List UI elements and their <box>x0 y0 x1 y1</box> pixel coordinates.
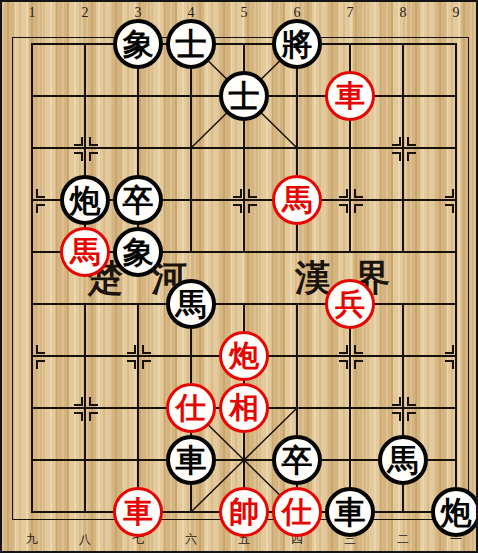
piece-black-soldier[interactable]: 卒 <box>113 175 163 225</box>
point-mark <box>74 397 83 406</box>
file-label-top-2: 2 <box>82 6 89 20</box>
board-file-line <box>402 44 404 252</box>
point-mark <box>392 152 401 161</box>
point-mark <box>233 189 242 198</box>
board-file-line <box>31 44 33 512</box>
point-mark <box>74 152 83 161</box>
file-label-bottom-1: 九 <box>26 533 38 545</box>
board-file-line <box>137 304 139 512</box>
file-label-top-3: 3 <box>135 6 142 20</box>
file-label-bottom-8: 二 <box>397 533 409 545</box>
point-mark <box>36 360 45 369</box>
xiangqi-window: 123456789九八七六五四三二一楚河漢界象士將士車炮卒馬馬象馬兵炮仕相車卒馬… <box>0 0 478 553</box>
point-mark <box>142 345 151 354</box>
point-mark <box>89 152 98 161</box>
piece-black-general[interactable]: 將 <box>272 19 322 69</box>
point-mark <box>354 360 363 369</box>
piece-black-horse[interactable]: 馬 <box>378 435 428 485</box>
point-mark <box>339 345 348 354</box>
file-label-top-5: 5 <box>241 6 248 20</box>
board-file-line <box>349 304 351 512</box>
point-mark <box>127 360 136 369</box>
file-label-top-7: 7 <box>347 6 354 20</box>
piece-black-cannon[interactable]: 炮 <box>60 175 110 225</box>
piece-red-horse[interactable]: 馬 <box>272 175 322 225</box>
piece-black-elephant[interactable]: 象 <box>113 227 163 277</box>
piece-red-advisor[interactable]: 仕 <box>166 383 216 433</box>
piece-red-chariot[interactable]: 車 <box>113 487 163 537</box>
point-mark <box>36 345 45 354</box>
piece-red-cannon[interactable]: 炮 <box>219 331 269 381</box>
point-mark <box>36 189 45 198</box>
point-mark <box>407 397 416 406</box>
point-mark <box>36 204 45 213</box>
point-mark <box>339 204 348 213</box>
point-mark <box>248 204 257 213</box>
piece-black-soldier[interactable]: 卒 <box>272 435 322 485</box>
board-file-line <box>190 44 192 252</box>
point-mark <box>392 397 401 406</box>
point-mark <box>142 360 151 369</box>
point-mark <box>354 345 363 354</box>
file-label-bottom-4: 六 <box>185 533 197 545</box>
point-mark <box>445 345 454 354</box>
point-mark <box>233 204 242 213</box>
piece-red-soldier[interactable]: 兵 <box>325 279 375 329</box>
point-mark <box>89 397 98 406</box>
point-mark <box>445 360 454 369</box>
file-label-top-1: 1 <box>29 6 36 20</box>
point-mark <box>127 345 136 354</box>
board-file-line <box>84 304 86 512</box>
point-mark <box>392 412 401 421</box>
point-mark <box>89 137 98 146</box>
point-mark <box>407 412 416 421</box>
point-mark <box>407 137 416 146</box>
river-text: 漢 <box>295 260 331 296</box>
board-file-line <box>455 44 457 512</box>
file-label-top-9: 9 <box>453 6 460 20</box>
piece-black-elephant[interactable]: 象 <box>113 19 163 69</box>
point-mark <box>445 189 454 198</box>
point-mark <box>74 412 83 421</box>
point-mark <box>407 152 416 161</box>
point-mark <box>354 204 363 213</box>
point-mark <box>354 189 363 198</box>
piece-red-advisor[interactable]: 仕 <box>272 487 322 537</box>
piece-black-horse[interactable]: 馬 <box>166 279 216 329</box>
piece-black-chariot[interactable]: 車 <box>166 435 216 485</box>
point-mark <box>392 137 401 146</box>
piece-red-chariot[interactable]: 車 <box>325 71 375 121</box>
point-mark <box>339 189 348 198</box>
piece-red-general[interactable]: 帥 <box>219 487 269 537</box>
piece-red-horse[interactable]: 馬 <box>60 227 110 277</box>
file-label-top-6: 6 <box>294 6 301 20</box>
point-mark <box>89 412 98 421</box>
piece-black-advisor[interactable]: 士 <box>166 19 216 69</box>
point-mark <box>74 137 83 146</box>
point-mark <box>445 204 454 213</box>
point-mark <box>339 360 348 369</box>
file-label-bottom-2: 八 <box>79 533 91 545</box>
file-label-top-8: 8 <box>400 6 407 20</box>
piece-black-advisor[interactable]: 士 <box>219 71 269 121</box>
piece-red-elephant[interactable]: 相 <box>219 383 269 433</box>
point-mark <box>248 189 257 198</box>
piece-black-chariot[interactable]: 車 <box>325 487 375 537</box>
piece-black-cannon[interactable]: 炮 <box>431 487 478 537</box>
file-label-top-4: 4 <box>188 6 195 20</box>
